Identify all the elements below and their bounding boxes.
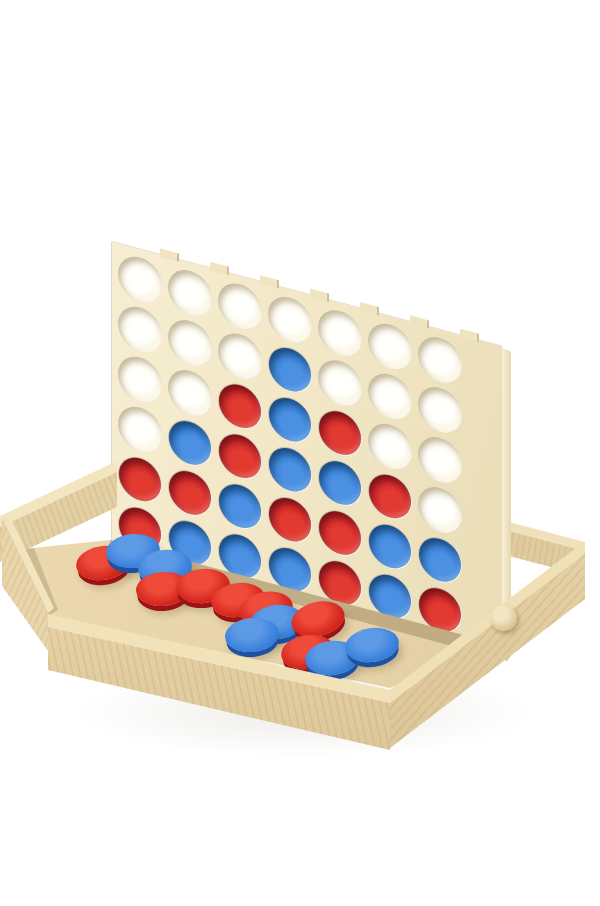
tray-front-rail [40, 600, 400, 760]
wooden-knob [491, 605, 517, 631]
connect-four-set [0, 0, 600, 906]
tray-right-rail [380, 530, 595, 760]
tray-disc-layer [0, 0, 600, 906]
wood-front-face [40, 600, 400, 760]
